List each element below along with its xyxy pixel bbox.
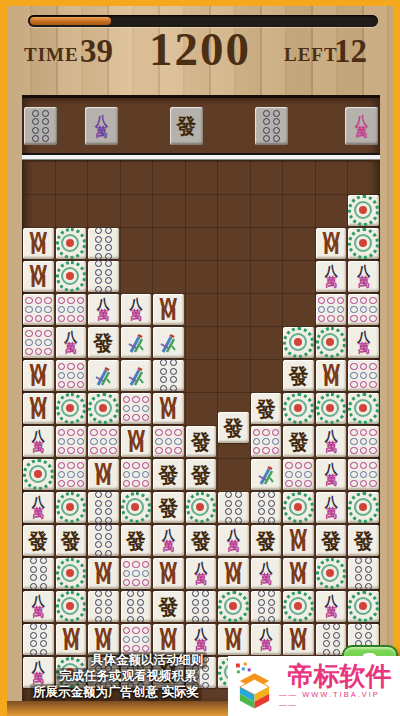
fa-glyph: 發 (191, 432, 211, 452)
nine-circles-glyph (25, 330, 52, 356)
tile-fa[interactable]: 發 (186, 426, 217, 457)
board-cell (152, 161, 185, 194)
tile-bawan[interactable]: 八萬 (316, 492, 347, 523)
eight-circles-glyph (263, 110, 280, 143)
wan-glyph: WM (159, 630, 178, 650)
tile-bawan[interactable]: 八萬 (23, 426, 54, 457)
tile-wan[interactable]: WM (316, 360, 347, 391)
tile-eight-circles[interactable] (88, 261, 119, 292)
one-circle-glyph (56, 591, 87, 622)
board-cell: 八萬 (55, 326, 88, 359)
tile-wan[interactable]: WM (153, 624, 184, 655)
eight-circles-glyph (30, 557, 47, 590)
board-cell (22, 557, 55, 590)
tile-wan[interactable]: WM (23, 360, 54, 391)
tile-wan[interactable]: WM (23, 228, 54, 259)
one-circle-glyph (348, 228, 379, 259)
wan-glyph: WM (289, 630, 308, 650)
tile-fa[interactable]: 發 (316, 525, 347, 556)
tile-fa[interactable]: 發 (153, 459, 184, 490)
tile-fa[interactable]: 發 (251, 525, 282, 556)
wan-glyph: WM (94, 630, 113, 650)
board-cell (282, 590, 315, 623)
board-cell: 發 (185, 425, 218, 458)
overlay-line-1: 具体金额以活动细则 (88, 652, 207, 669)
board-cell: 八萬 (217, 524, 250, 557)
board-cell (87, 524, 120, 557)
tile-bawan[interactable]: 八萬 (251, 624, 282, 655)
board-cell (282, 260, 315, 293)
board-cell (282, 161, 315, 194)
board-cell: 發 (22, 524, 55, 557)
board-cell (120, 326, 153, 359)
board-cell (152, 326, 185, 359)
tile-fa[interactable]: 發 (121, 525, 152, 556)
tile-fa-falling[interactable]: 發 (218, 412, 249, 443)
board-cell (87, 260, 120, 293)
board-cell (120, 392, 153, 425)
tile-fa[interactable]: 發 (153, 492, 184, 523)
tile-eight-circles[interactable] (23, 558, 54, 589)
board-cell (22, 623, 55, 656)
tile-fa[interactable]: 發 (348, 525, 379, 556)
tile-fa[interactable]: 發 (88, 327, 119, 358)
board-cell: 發 (87, 326, 120, 359)
tile-fa[interactable]: 發 (23, 525, 54, 556)
board-cell (55, 590, 88, 623)
wan-glyph: WM (224, 564, 243, 584)
board-cell: WM (217, 623, 250, 656)
board-cell: 八萬 (120, 293, 153, 326)
tile-eight-circles[interactable] (88, 591, 119, 622)
tile-fa[interactable]: 發 (283, 360, 314, 391)
tile-one-circle[interactable] (316, 327, 347, 358)
tile-wan[interactable]: WM (23, 393, 54, 424)
nine-circles-glyph (58, 462, 85, 488)
tile-sparrow[interactable] (153, 327, 184, 358)
board-cell (347, 590, 380, 623)
one-circle-glyph (121, 492, 152, 523)
fa-glyph: 發 (158, 465, 178, 485)
fa-glyph: 發 (158, 597, 178, 617)
board-cell (55, 491, 88, 524)
board-cell: 發 (315, 524, 348, 557)
watermark-title: 帝标软件 (288, 662, 392, 690)
one-circle-glyph (348, 393, 379, 424)
nine-circles-glyph (90, 429, 117, 455)
tile-one-circle[interactable] (56, 261, 87, 292)
tile-eight-circles[interactable] (88, 228, 119, 259)
one-circle-glyph (283, 327, 314, 358)
bawan-glyph: 八萬 (194, 628, 207, 651)
tile-one-circle[interactable] (283, 591, 314, 622)
tile-nine-circles[interactable] (121, 558, 152, 589)
board-cell: 發 (152, 458, 185, 491)
board-cell (87, 227, 120, 260)
nine-circles-glyph (155, 429, 182, 455)
tile-nine-circles[interactable] (348, 426, 379, 457)
tile-bawan[interactable]: 八萬 (316, 261, 347, 292)
tile-eight-circles[interactable] (153, 360, 184, 391)
board-cell: 八萬 (22, 590, 55, 623)
tile-bawan[interactable]: 八萬 (23, 591, 54, 622)
tile-nine-circles[interactable] (316, 294, 347, 325)
board-cell (315, 161, 348, 194)
board-cell (282, 491, 315, 524)
tile-one-circle[interactable] (218, 591, 249, 622)
board-cell (217, 491, 250, 524)
fa-glyph: 發 (191, 531, 211, 551)
board-cell (347, 491, 380, 524)
tile-nine-circles[interactable] (251, 426, 282, 457)
board-cell (250, 260, 283, 293)
tile-eight-circles[interactable] (121, 591, 152, 622)
wan-glyph: WM (127, 432, 146, 452)
tile-nine-circles[interactable] (56, 294, 87, 325)
board-cell (120, 227, 153, 260)
board-cell (120, 194, 153, 227)
tile-nine-circles[interactable] (23, 327, 54, 358)
board-cell (250, 326, 283, 359)
tile-bawan[interactable]: 八萬 (121, 294, 152, 325)
score-value: 1200 (140, 22, 260, 76)
board-cell: 發 (250, 524, 283, 557)
tile-one-circle[interactable] (186, 492, 217, 523)
board-cell (185, 326, 218, 359)
board-cell (282, 194, 315, 227)
board-cell: 八萬 (185, 557, 218, 590)
tile-one-circle[interactable] (348, 393, 379, 424)
board-cell: 八萬 (315, 425, 348, 458)
board-cell (55, 161, 88, 194)
board-cell (250, 590, 283, 623)
wan-glyph: WM (94, 564, 113, 584)
tile-wan[interactable]: WM (153, 294, 184, 325)
fa-glyph: 發 (256, 531, 276, 551)
board-cell (217, 458, 250, 491)
tile-wan[interactable]: WM (88, 624, 119, 655)
board-cell: 發 (282, 425, 315, 458)
board-cell (120, 359, 153, 392)
board-cell: WM (152, 293, 185, 326)
bawan-glyph: 八萬 (32, 595, 45, 618)
tile-one-circle[interactable] (121, 492, 152, 523)
tile-bawan[interactable]: 八萬 (348, 261, 379, 292)
tile-nine-circles[interactable] (348, 360, 379, 391)
one-circle-glyph (56, 228, 87, 259)
tile-wan[interactable]: WM (56, 624, 87, 655)
tile-nine-circles[interactable] (56, 360, 87, 391)
tile-fa[interactable]: 發 (56, 525, 87, 556)
sparrow-glyph (254, 462, 278, 488)
board-cell (250, 359, 283, 392)
board-cell: WM (55, 623, 88, 656)
tile-wan[interactable]: WM (316, 228, 347, 259)
board-cell (217, 293, 250, 326)
board-cell: 八萬 (87, 293, 120, 326)
board-cell (347, 425, 380, 458)
eight-circles-glyph (95, 491, 112, 524)
board-cell: WM (22, 359, 55, 392)
nine-circles-glyph (350, 297, 377, 323)
eight-circles-glyph (355, 557, 372, 590)
bawan-glyph: 八萬 (227, 529, 240, 552)
bawan-glyph: 八萬 (260, 562, 273, 585)
board-cell (87, 491, 120, 524)
tile-fa[interactable]: 發 (283, 426, 314, 457)
tile-sparrow[interactable] (121, 360, 152, 391)
board-cell (87, 161, 120, 194)
nine-circles-glyph (350, 462, 377, 488)
wan-glyph: WM (322, 234, 341, 254)
tile-wan[interactable]: WM (88, 459, 119, 490)
nine-circles-glyph (318, 297, 345, 323)
sparrow-glyph (124, 363, 148, 389)
fa-glyph: 發 (191, 465, 211, 485)
board-cell (217, 260, 250, 293)
board-cell (185, 491, 218, 524)
board-cell (87, 590, 120, 623)
tile-sparrow[interactable] (88, 360, 119, 391)
game-board: 八萬發八萬 WMWMWM八萬八萬八萬八萬WM八萬發八萬WM發WMWMWM發八萬W… (22, 95, 380, 705)
board-cell: 發 (55, 524, 88, 557)
bawan-glyph: 八萬 (95, 115, 108, 138)
board-cell (55, 359, 88, 392)
tile-wan[interactable]: WM (283, 624, 314, 655)
tile-one-circle[interactable] (23, 459, 54, 490)
board-cell (282, 392, 315, 425)
tile-bawan[interactable]: 八萬 (23, 492, 54, 523)
board-cell (152, 425, 185, 458)
wan-glyph: WM (159, 300, 178, 320)
tile-bawan[interactable]: 八萬 (186, 624, 217, 655)
tile-bawan[interactable]: 八萬 (348, 327, 379, 358)
tile-wan[interactable]: WM (121, 426, 152, 457)
tile-wan[interactable]: WM (218, 558, 249, 589)
board-cell: WM (315, 227, 348, 260)
tile-bawan[interactable]: 八萬 (218, 525, 249, 556)
board-cell (87, 425, 120, 458)
tile-one-circle[interactable] (348, 228, 379, 259)
board-cell: 發 (185, 458, 218, 491)
board-cell (217, 590, 250, 623)
board-grid: WMWMWM八萬八萬八萬八萬WM八萬發八萬WM發WMWMWM發八萬WM發發發八萬… (22, 161, 380, 689)
board-cell (250, 161, 283, 194)
tile-bawan[interactable]: 八萬 (316, 591, 347, 622)
left-label: LEFT (284, 44, 338, 66)
tile-wan[interactable]: WM (153, 393, 184, 424)
tile-one-circle[interactable] (56, 591, 87, 622)
tile-bawan[interactable]: 八萬 (186, 558, 217, 589)
board-cell (250, 194, 283, 227)
board-cell (347, 161, 380, 194)
board-cell: WM (217, 557, 250, 590)
board-cell (250, 227, 283, 260)
tile-nine-circles[interactable] (153, 426, 184, 457)
board-cell (315, 392, 348, 425)
tile-one-circle[interactable] (56, 492, 87, 523)
eight-circles-glyph (32, 110, 49, 143)
board-cell: WM (282, 557, 315, 590)
tile-nine-circles[interactable] (348, 294, 379, 325)
bawan-glyph: 八萬 (325, 595, 338, 618)
tile-one-circle[interactable] (348, 591, 379, 622)
tile-bawan[interactable]: 八萬 (88, 294, 119, 325)
board-cell: WM (22, 260, 55, 293)
eight-circles-glyph (258, 491, 275, 524)
tile-eight-circles[interactable] (88, 525, 119, 556)
board-cell (185, 227, 218, 260)
fa-glyph: 發 (256, 399, 276, 419)
fa-glyph: 發 (126, 531, 146, 551)
tile-one-circle[interactable] (56, 558, 87, 589)
tile-one-circle[interactable] (283, 393, 314, 424)
board-cell (250, 293, 283, 326)
eight-circles-glyph (192, 590, 209, 623)
tile-nine-circles[interactable] (348, 459, 379, 490)
one-circle-glyph (56, 393, 87, 424)
nine-circles-glyph (123, 627, 150, 653)
tile-one-circle[interactable] (88, 393, 119, 424)
tile-bawan[interactable]: 八萬 (56, 327, 87, 358)
board-cell (120, 491, 153, 524)
nine-circles-glyph (350, 363, 377, 389)
tile-eight-circles[interactable] (251, 591, 282, 622)
tile-one-circle[interactable] (283, 327, 314, 358)
tile-nine-circles[interactable] (121, 459, 152, 490)
tile-bawan[interactable]: 八萬 (316, 426, 347, 457)
board-cell: WM (87, 557, 120, 590)
bawan-glyph: 八萬 (357, 331, 370, 354)
fa-glyph: 發 (177, 116, 197, 136)
tile-one-circle[interactable] (316, 558, 347, 589)
board-cell: 八萬 (315, 458, 348, 491)
tile-one-circle[interactable] (348, 195, 379, 226)
board-cell (347, 194, 380, 227)
board-cell (152, 227, 185, 260)
watermark-logo-icon (234, 661, 275, 711)
wan-glyph: WM (29, 267, 48, 287)
board-cell (315, 326, 348, 359)
tile-nine-circles[interactable] (88, 426, 119, 457)
bawan-glyph: 八萬 (325, 463, 338, 486)
tile-one-circle[interactable] (56, 228, 87, 259)
wan-glyph: WM (289, 531, 308, 551)
tile-bawan[interactable]: 八萬 (153, 525, 184, 556)
wan-glyph: WM (159, 399, 178, 419)
sparrow-glyph (156, 330, 180, 356)
tile-fa[interactable]: 發 (251, 393, 282, 424)
tile-eight-circles[interactable] (251, 492, 282, 523)
tile-one-circle[interactable] (348, 492, 379, 523)
tile-eight-circles[interactable] (186, 591, 217, 622)
sparrow-glyph (91, 363, 115, 389)
tile-one-circle[interactable] (316, 393, 347, 424)
tile-nine-circles[interactable] (121, 624, 152, 655)
preview-tile-tile-eight-circles (255, 107, 288, 145)
board-cell (120, 590, 153, 623)
wan-glyph: WM (224, 630, 243, 650)
board-cell: 發 (250, 392, 283, 425)
one-circle-glyph (56, 558, 87, 589)
eight-circles-glyph (95, 524, 112, 557)
nine-circles-glyph (253, 429, 280, 455)
tile-fa[interactable]: 發 (186, 459, 217, 490)
board-cell: 發 (347, 524, 380, 557)
board-cell (250, 458, 283, 491)
board-cell (55, 458, 88, 491)
tile-eight-circles[interactable] (88, 492, 119, 523)
one-circle-glyph (283, 492, 314, 523)
board-cell: WM (22, 392, 55, 425)
bawan-glyph: 八萬 (162, 529, 175, 552)
board-cell (55, 557, 88, 590)
board-cell (282, 326, 315, 359)
tile-wan[interactable]: WM (153, 558, 184, 589)
tile-nine-circles[interactable] (283, 459, 314, 490)
tile-sparrow[interactable] (121, 327, 152, 358)
tile-nine-circles[interactable] (23, 294, 54, 325)
tile-wan[interactable]: WM (88, 558, 119, 589)
board-cell (55, 392, 88, 425)
nine-circles-glyph (123, 462, 150, 488)
board-cell: 八萬 (22, 491, 55, 524)
tile-bawan[interactable]: 八萬 (251, 558, 282, 589)
tile-fa[interactable]: 發 (153, 591, 184, 622)
fa-glyph: 發 (321, 531, 341, 551)
one-circle-glyph (23, 459, 54, 490)
tile-wan[interactable]: WM (283, 525, 314, 556)
board-cell (22, 326, 55, 359)
board-cell (347, 293, 380, 326)
board-cell (22, 293, 55, 326)
board-cell (217, 326, 250, 359)
tile-nine-circles[interactable] (121, 393, 152, 424)
tile-wan[interactable]: WM (23, 261, 54, 292)
board-cell (282, 458, 315, 491)
board-cell (120, 557, 153, 590)
board-cell: 發 (152, 491, 185, 524)
wan-glyph: WM (159, 564, 178, 584)
tile-eight-circles[interactable] (23, 624, 54, 655)
one-circle-glyph (283, 591, 314, 622)
wan-glyph: WM (62, 630, 81, 650)
tile-nine-circles[interactable] (56, 459, 87, 490)
fa-glyph: 發 (354, 531, 374, 551)
tile-one-circle[interactable] (283, 492, 314, 523)
board-cell: 八萬 (347, 326, 380, 359)
board-cell (55, 194, 88, 227)
tile-bawan[interactable]: 八萬 (316, 459, 347, 490)
tile-one-circle[interactable] (56, 393, 87, 424)
board-cell: 發 (185, 524, 218, 557)
tile-eight-circles[interactable] (348, 558, 379, 589)
tile-sparrow[interactable] (251, 459, 282, 490)
tile-wan[interactable]: WM (218, 624, 249, 655)
board-cell (185, 194, 218, 227)
bawan-glyph: 八萬 (32, 430, 45, 453)
progress-bar-fill (30, 17, 111, 25)
board-cell: WM (315, 359, 348, 392)
tile-eight-circles[interactable] (218, 492, 249, 523)
tile-wan[interactable]: WM (283, 558, 314, 589)
preview-tile-tile-eight-circles (24, 107, 57, 145)
tile-nine-circles[interactable] (56, 426, 87, 457)
board-cell (217, 227, 250, 260)
board-cell (282, 293, 315, 326)
tile-fa[interactable]: 發 (186, 525, 217, 556)
board-cell (185, 359, 218, 392)
